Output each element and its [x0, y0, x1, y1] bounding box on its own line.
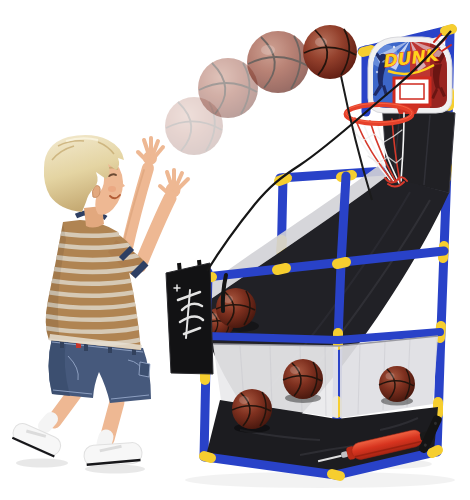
basketball [379, 366, 415, 402]
boy [10, 135, 188, 467]
side-banner [166, 260, 213, 374]
thrown-basketball [303, 25, 357, 79]
product-photo-stage: DUNK [0, 0, 470, 500]
boy-front-shoe [83, 442, 142, 467]
trajectory-balls [165, 25, 357, 155]
scene-svg: DUNK [0, 0, 470, 500]
basketball [283, 359, 323, 399]
boy-head [44, 135, 125, 215]
trail-ball-3 [247, 31, 309, 93]
basketball [232, 389, 272, 429]
